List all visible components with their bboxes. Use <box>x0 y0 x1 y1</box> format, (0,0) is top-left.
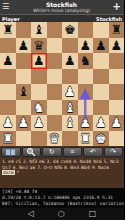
back-icon[interactable]: ◁ <box>28 208 34 220</box>
square-c1[interactable] <box>31 131 47 147</box>
square-f4[interactable] <box>78 84 94 100</box>
square-g6[interactable] <box>93 53 109 69</box>
square-a7[interactable] <box>0 38 16 54</box>
redo-move-button[interactable]: ↷ <box>104 147 124 157</box>
piece-white-pawn-e4: ♟ <box>62 84 78 100</box>
square-e4[interactable]: ♟ <box>62 84 78 100</box>
square-h3[interactable] <box>109 100 125 116</box>
home-icon[interactable]: ○ <box>58 208 65 220</box>
square-b7[interactable]: ♟ <box>16 38 32 54</box>
square-b3[interactable] <box>16 100 32 116</box>
square-f3[interactable] <box>78 100 94 116</box>
square-e6[interactable]: ♟ <box>62 53 78 69</box>
square-a6[interactable]: ♟ <box>0 53 16 69</box>
list-icon: ≡ <box>70 148 74 156</box>
square-e1[interactable] <box>62 131 78 147</box>
piece-white-pawn-h2: ♟ <box>109 115 125 131</box>
square-a4[interactable] <box>0 84 16 100</box>
square-a1[interactable]: ♜ <box>0 131 16 147</box>
refresh-icon: ↻ <box>49 148 55 156</box>
square-h6[interactable] <box>109 53 125 69</box>
move-list[interactable]: 1. e4 c5 2. Nf3 e6 3. d4 cxd4 4. Nxd4 Nc… <box>0 158 124 188</box>
undo-move-button[interactable]: ↶ <box>83 147 103 157</box>
square-g5[interactable] <box>93 69 109 85</box>
piece-black-pawn-c6: ♟ <box>31 53 47 69</box>
status-text: White's move (analyzing) <box>14 8 109 13</box>
square-h5[interactable] <box>109 69 125 85</box>
square-d1[interactable]: ♛ <box>47 131 63 147</box>
piece-white-rook-f1: ♜ <box>78 131 94 147</box>
piece-black-pawn-a6: ♟ <box>0 53 16 69</box>
square-d2[interactable] <box>47 115 63 131</box>
moves-before: 1. e4 c5 2. Nf3 e6 3. d4 cxd4 4. Nxd4 Nc… <box>2 159 119 170</box>
square-e5[interactable] <box>62 69 78 85</box>
square-b6[interactable] <box>16 53 32 69</box>
piece-black-pawn-b7: ♟ <box>16 38 32 54</box>
square-c5[interactable] <box>31 69 47 85</box>
square-a5[interactable] <box>0 69 16 85</box>
redo-icon: ↷ <box>110 148 116 156</box>
square-e3[interactable]: ♝ <box>62 100 78 116</box>
square-f6[interactable]: ♞ <box>78 53 94 69</box>
piece-black-rook-h8: ♜ <box>109 22 125 38</box>
square-e8[interactable]: ♚ <box>62 22 78 38</box>
piece-white-pawn-b2: ♟ <box>16 115 32 131</box>
square-g2[interactable]: ♟ <box>93 115 109 131</box>
piece-black-pawn-e6: ♟ <box>62 53 78 69</box>
piece-black-pawn-h7: ♟ <box>109 38 125 54</box>
app-title: Stockfish <box>14 1 109 8</box>
engine-output[interactable]: [19] +0.48 f4 d:19/28 t:0:13.7 n:18640k … <box>0 188 124 208</box>
square-c8[interactable]: ♝ <box>31 22 47 38</box>
square-g8[interactable] <box>93 22 109 38</box>
moves-after: * <box>17 170 19 175</box>
piece-black-pawn-g7: ♟ <box>93 38 109 54</box>
square-d7[interactable] <box>47 38 63 54</box>
piece-white-bishop-e2: ♝ <box>62 115 78 131</box>
piece-black-knight-f6: ♞ <box>78 53 94 69</box>
square-d5[interactable] <box>47 69 63 85</box>
square-c7[interactable]: ♛ <box>31 38 47 54</box>
title-block: Stockfish White's move (analyzing) <box>14 1 109 13</box>
square-h8[interactable]: ♜ <box>109 22 125 38</box>
square-h4[interactable] <box>109 84 125 100</box>
piece-black-king-e8: ♚ <box>62 22 78 38</box>
white-player-name: Player <box>2 16 20 22</box>
square-f7[interactable]: ♟ <box>78 38 94 54</box>
square-f8[interactable] <box>78 22 94 38</box>
square-h1[interactable] <box>109 131 125 147</box>
open-book-button[interactable] <box>1 147 21 157</box>
square-c4[interactable] <box>31 84 47 100</box>
droidfish-app: ☰ Stockfish White's move (analyzing) + P… <box>0 0 124 220</box>
square-b4[interactable]: ♝ <box>16 84 32 100</box>
piece-white-bishop-e3: ♝ <box>62 100 78 116</box>
square-e2[interactable]: ♝ <box>62 115 78 131</box>
app-header: ☰ Stockfish White's move (analyzing) + <box>0 0 124 14</box>
piece-white-rook-a1: ♜ <box>0 131 16 147</box>
square-g3[interactable] <box>93 100 109 116</box>
chess-board[interactable]: ♜♝♚♜♟♛♟♟♟♟♟♟♞♝♟♞♝♟♟♟♝♟♟♟♜♛♜♚ <box>0 22 124 146</box>
square-h7[interactable]: ♟ <box>109 38 125 54</box>
square-d6[interactable] <box>47 53 63 69</box>
book-icon <box>5 148 16 157</box>
opening-name-line: B47: Sicilian, Taimanov (Bastrikov) vari… <box>2 201 122 207</box>
piece-white-queen-d1: ♛ <box>47 131 63 147</box>
square-c2[interactable]: ♟ <box>31 115 47 131</box>
piece-white-king-g1: ♚ <box>93 131 109 147</box>
square-g4[interactable] <box>93 84 109 100</box>
square-d4[interactable] <box>47 84 63 100</box>
menu-icon[interactable]: ☰ <box>0 0 14 14</box>
square-f5[interactable] <box>78 69 94 85</box>
undo-icon: ↶ <box>90 148 96 156</box>
android-nav-bar: ◁ ○ □ <box>0 208 124 220</box>
square-a3[interactable] <box>0 100 16 116</box>
square-b8[interactable] <box>16 22 32 38</box>
piece-black-bishop-c8: ♝ <box>31 22 47 38</box>
move-list-button[interactable]: ≡ <box>63 147 83 157</box>
square-g1[interactable]: ♚ <box>93 131 109 147</box>
piece-black-queen-c7: ♛ <box>31 38 47 54</box>
black-player-name: Stockfish <box>96 16 122 22</box>
add-icon[interactable]: + <box>109 1 124 13</box>
piece-black-rook-a8: ♜ <box>0 22 16 38</box>
square-b5[interactable] <box>16 69 32 85</box>
square-a8[interactable]: ♜ <box>0 22 16 38</box>
square-g7[interactable]: ♟ <box>93 38 109 54</box>
piece-white-knight-c3: ♞ <box>31 100 47 116</box>
square-f2[interactable]: ♟ <box>78 115 94 131</box>
square-e7[interactable] <box>62 38 78 54</box>
toolbar: ↻ ≡ ↶ ↷ <box>0 146 124 158</box>
square-b2[interactable]: ♟ <box>16 115 32 131</box>
square-c3[interactable]: ♞ <box>31 100 47 116</box>
piece-black-pawn-f7: ♟ <box>78 38 94 54</box>
piece-black-bishop-b4: ♝ <box>16 84 32 100</box>
player-bar: Player Stockfish <box>0 14 124 22</box>
piece-white-pawn-f2: ♟ <box>78 115 94 131</box>
square-h2[interactable]: ♟ <box>109 115 125 131</box>
analyze-button[interactable] <box>22 147 42 157</box>
square-d8[interactable] <box>47 22 63 38</box>
square-d3[interactable] <box>47 100 63 116</box>
magnifier-icon <box>26 147 36 157</box>
refresh-button[interactable]: ↻ <box>42 147 62 157</box>
piece-white-pawn-a2: ♟ <box>0 115 16 131</box>
recents-icon[interactable]: □ <box>89 208 97 220</box>
square-f1[interactable]: ♜ <box>78 131 94 147</box>
board-area: ♜♝♚♜♟♛♟♟♟♟♟♟♞♝♟♞♝♟♟♟♝♟♟♟♜♛♜♚ <box>0 22 124 146</box>
square-a2[interactable]: ♟ <box>0 115 16 131</box>
square-c6[interactable]: ♟ <box>31 53 47 69</box>
piece-white-pawn-g2: ♟ <box>93 115 109 131</box>
current-move: dxc6 <box>2 170 15 175</box>
piece-white-pawn-c2: ♟ <box>31 115 47 131</box>
square-b1[interactable] <box>16 131 32 147</box>
